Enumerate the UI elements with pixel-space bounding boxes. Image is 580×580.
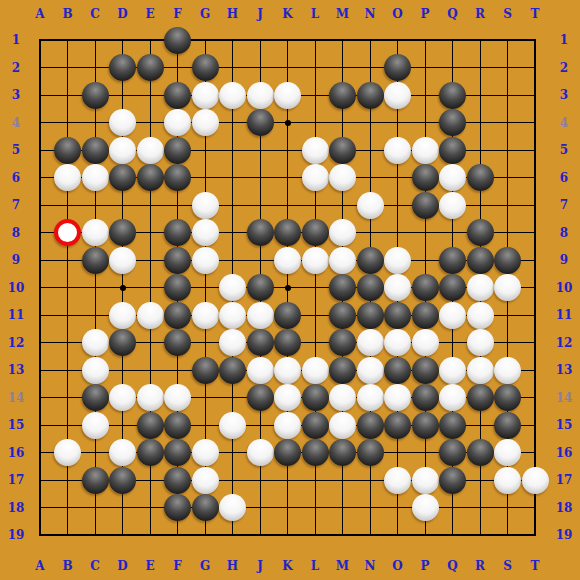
row-label-left-6: 6 bbox=[5, 170, 27, 186]
black-stone-S14[interactable] bbox=[494, 384, 521, 411]
black-stone-N16[interactable] bbox=[357, 439, 384, 466]
row-label-right-12: 12 bbox=[553, 335, 575, 351]
row-label-right-19: 19 bbox=[553, 527, 575, 543]
white-stone-O14[interactable] bbox=[384, 384, 411, 411]
row-label-left-12: 12 bbox=[5, 335, 27, 351]
white-stone-N12[interactable] bbox=[357, 329, 384, 356]
row-label-right-15: 15 bbox=[553, 417, 575, 433]
white-stone-K15[interactable] bbox=[274, 412, 301, 439]
black-stone-M13[interactable] bbox=[329, 357, 356, 384]
black-stone-R8[interactable] bbox=[467, 219, 494, 246]
row-label-left-9: 9 bbox=[5, 252, 27, 268]
black-stone-G13[interactable] bbox=[192, 357, 219, 384]
black-stone-Q4[interactable] bbox=[439, 109, 466, 136]
white-stone-C6[interactable] bbox=[82, 164, 109, 191]
white-stone-N14[interactable] bbox=[357, 384, 384, 411]
white-stone-G17[interactable] bbox=[192, 467, 219, 494]
col-label-bottom-G: G bbox=[194, 558, 216, 574]
col-label-bottom-J: J bbox=[249, 558, 271, 574]
col-label-bottom-R: R bbox=[469, 558, 491, 574]
black-stone-Q3[interactable] bbox=[439, 82, 466, 109]
white-stone-D5[interactable] bbox=[109, 137, 136, 164]
white-stone-P18[interactable] bbox=[412, 494, 439, 521]
col-label-top-E: E bbox=[139, 6, 161, 22]
white-stone-M8[interactable] bbox=[329, 219, 356, 246]
col-label-bottom-A: A bbox=[29, 558, 51, 574]
white-stone-M15[interactable] bbox=[329, 412, 356, 439]
row-label-left-3: 3 bbox=[5, 87, 27, 103]
black-stone-O2[interactable] bbox=[384, 54, 411, 81]
white-stone-S10[interactable] bbox=[494, 274, 521, 301]
white-stone-G9[interactable] bbox=[192, 247, 219, 274]
col-label-bottom-E: E bbox=[139, 558, 161, 574]
black-stone-M16[interactable] bbox=[329, 439, 356, 466]
white-stone-C12[interactable] bbox=[82, 329, 109, 356]
row-label-left-19: 19 bbox=[5, 527, 27, 543]
black-stone-F3[interactable] bbox=[164, 82, 191, 109]
col-label-bottom-H: H bbox=[222, 558, 244, 574]
col-label-bottom-N: N bbox=[359, 558, 381, 574]
col-label-top-M: M bbox=[332, 6, 354, 22]
white-stone-M6[interactable] bbox=[329, 164, 356, 191]
black-stone-Q17[interactable] bbox=[439, 467, 466, 494]
black-stone-D12[interactable] bbox=[109, 329, 136, 356]
black-stone-C5[interactable] bbox=[82, 137, 109, 164]
white-stone-F14[interactable] bbox=[164, 384, 191, 411]
white-stone-R13[interactable] bbox=[467, 357, 494, 384]
black-stone-N10[interactable] bbox=[357, 274, 384, 301]
col-label-top-T: T bbox=[524, 6, 546, 22]
white-stone-R12[interactable] bbox=[467, 329, 494, 356]
black-stone-L14[interactable] bbox=[302, 384, 329, 411]
white-stone-C8[interactable] bbox=[82, 219, 109, 246]
black-stone-M3[interactable] bbox=[329, 82, 356, 109]
col-label-top-Q: Q bbox=[442, 6, 464, 22]
black-stone-P13[interactable] bbox=[412, 357, 439, 384]
white-stone-H11[interactable] bbox=[219, 302, 246, 329]
col-label-bottom-D: D bbox=[112, 558, 134, 574]
black-stone-E2[interactable] bbox=[137, 54, 164, 81]
white-stone-S16[interactable] bbox=[494, 439, 521, 466]
col-label-top-A: A bbox=[29, 6, 51, 22]
row-label-right-7: 7 bbox=[553, 197, 575, 213]
black-stone-O15[interactable] bbox=[384, 412, 411, 439]
black-stone-R16[interactable] bbox=[467, 439, 494, 466]
col-label-bottom-K: K bbox=[277, 558, 299, 574]
black-stone-Q16[interactable] bbox=[439, 439, 466, 466]
black-stone-F17[interactable] bbox=[164, 467, 191, 494]
col-label-top-K: K bbox=[277, 6, 299, 22]
col-label-top-S: S bbox=[497, 6, 519, 22]
white-stone-O5[interactable] bbox=[384, 137, 411, 164]
white-stone-O17[interactable] bbox=[384, 467, 411, 494]
white-stone-D11[interactable] bbox=[109, 302, 136, 329]
white-stone-O10[interactable] bbox=[384, 274, 411, 301]
col-label-bottom-P: P bbox=[414, 558, 436, 574]
white-stone-S17[interactable] bbox=[494, 467, 521, 494]
white-stone-H18[interactable] bbox=[219, 494, 246, 521]
white-stone-D14[interactable] bbox=[109, 384, 136, 411]
white-stone-E5[interactable] bbox=[137, 137, 164, 164]
row-label-left-17: 17 bbox=[5, 472, 27, 488]
black-stone-S15[interactable] bbox=[494, 412, 521, 439]
black-stone-O13[interactable] bbox=[384, 357, 411, 384]
black-stone-P6[interactable] bbox=[412, 164, 439, 191]
black-stone-F11[interactable] bbox=[164, 302, 191, 329]
white-stone-Q11[interactable] bbox=[439, 302, 466, 329]
white-stone-R11[interactable] bbox=[467, 302, 494, 329]
row-label-right-18: 18 bbox=[553, 500, 575, 516]
row-label-right-6: 6 bbox=[553, 170, 575, 186]
black-stone-F9[interactable] bbox=[164, 247, 191, 274]
star-point-D10 bbox=[120, 285, 126, 291]
white-stone-H15[interactable] bbox=[219, 412, 246, 439]
row-label-left-15: 15 bbox=[5, 417, 27, 433]
row-label-left-5: 5 bbox=[5, 142, 27, 158]
black-stone-R6[interactable] bbox=[467, 164, 494, 191]
black-stone-N15[interactable] bbox=[357, 412, 384, 439]
col-label-bottom-O: O bbox=[387, 558, 409, 574]
col-label-top-P: P bbox=[414, 6, 436, 22]
black-stone-R14[interactable] bbox=[467, 384, 494, 411]
white-stone-J16[interactable] bbox=[247, 439, 274, 466]
black-stone-C3[interactable] bbox=[82, 82, 109, 109]
black-stone-C14[interactable] bbox=[82, 384, 109, 411]
black-stone-H13[interactable] bbox=[219, 357, 246, 384]
white-stone-T17[interactable] bbox=[522, 467, 549, 494]
row-label-right-9: 9 bbox=[553, 252, 575, 268]
white-stone-L9[interactable] bbox=[302, 247, 329, 274]
white-stone-D16[interactable] bbox=[109, 439, 136, 466]
col-label-bottom-M: M bbox=[332, 558, 354, 574]
row-label-left-4: 4 bbox=[5, 115, 27, 131]
white-stone-L6[interactable] bbox=[302, 164, 329, 191]
col-label-bottom-L: L bbox=[304, 558, 326, 574]
col-label-top-L: L bbox=[304, 6, 326, 22]
white-stone-J11[interactable] bbox=[247, 302, 274, 329]
white-stone-C13[interactable] bbox=[82, 357, 109, 384]
white-stone-Q14[interactable] bbox=[439, 384, 466, 411]
black-stone-F16[interactable] bbox=[164, 439, 191, 466]
star-point-K4 bbox=[285, 120, 291, 126]
black-stone-C17[interactable] bbox=[82, 467, 109, 494]
white-stone-H10[interactable] bbox=[219, 274, 246, 301]
black-stone-F5[interactable] bbox=[164, 137, 191, 164]
white-stone-D9[interactable] bbox=[109, 247, 136, 274]
row-label-right-8: 8 bbox=[553, 225, 575, 241]
col-label-top-D: D bbox=[112, 6, 134, 22]
grid-line-horizontal bbox=[39, 507, 536, 508]
white-stone-Q7[interactable] bbox=[439, 192, 466, 219]
row-label-right-10: 10 bbox=[553, 280, 575, 296]
white-stone-G7[interactable] bbox=[192, 192, 219, 219]
col-label-top-F: F bbox=[167, 6, 189, 22]
white-stone-B6[interactable] bbox=[54, 164, 81, 191]
row-label-right-14: 14 bbox=[553, 390, 575, 406]
col-label-bottom-Q: Q bbox=[442, 558, 464, 574]
black-stone-D17[interactable] bbox=[109, 467, 136, 494]
col-label-top-J: J bbox=[249, 6, 271, 22]
black-stone-E15[interactable] bbox=[137, 412, 164, 439]
white-stone-L5[interactable] bbox=[302, 137, 329, 164]
black-stone-F15[interactable] bbox=[164, 412, 191, 439]
black-stone-Q9[interactable] bbox=[439, 247, 466, 274]
black-stone-M11[interactable] bbox=[329, 302, 356, 329]
black-stone-F12[interactable] bbox=[164, 329, 191, 356]
white-stone-O12[interactable] bbox=[384, 329, 411, 356]
black-stone-J10[interactable] bbox=[247, 274, 274, 301]
black-stone-C9[interactable] bbox=[82, 247, 109, 274]
white-stone-N13[interactable] bbox=[357, 357, 384, 384]
black-stone-K11[interactable] bbox=[274, 302, 301, 329]
white-stone-K14[interactable] bbox=[274, 384, 301, 411]
black-stone-B5[interactable] bbox=[54, 137, 81, 164]
white-stone-P5[interactable] bbox=[412, 137, 439, 164]
row-label-left-13: 13 bbox=[5, 362, 27, 378]
col-label-top-B: B bbox=[57, 6, 79, 22]
black-stone-L16[interactable] bbox=[302, 439, 329, 466]
black-stone-G18[interactable] bbox=[192, 494, 219, 521]
black-stone-G2[interactable] bbox=[192, 54, 219, 81]
black-stone-J4[interactable] bbox=[247, 109, 274, 136]
row-label-right-11: 11 bbox=[553, 307, 575, 323]
row-label-left-16: 16 bbox=[5, 445, 27, 461]
white-stone-G4[interactable] bbox=[192, 109, 219, 136]
white-stone-E14[interactable] bbox=[137, 384, 164, 411]
black-stone-K12[interactable] bbox=[274, 329, 301, 356]
white-stone-K13[interactable] bbox=[274, 357, 301, 384]
black-stone-L15[interactable] bbox=[302, 412, 329, 439]
grid-line-horizontal bbox=[39, 534, 536, 536]
row-label-left-10: 10 bbox=[5, 280, 27, 296]
white-stone-P12[interactable] bbox=[412, 329, 439, 356]
white-stone-H3[interactable] bbox=[219, 82, 246, 109]
black-stone-N11[interactable] bbox=[357, 302, 384, 329]
row-label-right-2: 2 bbox=[553, 60, 575, 76]
white-stone-G11[interactable] bbox=[192, 302, 219, 329]
black-stone-N3[interactable] bbox=[357, 82, 384, 109]
black-stone-M5[interactable] bbox=[329, 137, 356, 164]
black-stone-P7[interactable] bbox=[412, 192, 439, 219]
black-stone-F8[interactable] bbox=[164, 219, 191, 246]
white-stone-P17[interactable] bbox=[412, 467, 439, 494]
white-stone-M9[interactable] bbox=[329, 247, 356, 274]
col-label-bottom-S: S bbox=[497, 558, 519, 574]
black-stone-L8[interactable] bbox=[302, 219, 329, 246]
row-label-right-17: 17 bbox=[553, 472, 575, 488]
black-stone-S9[interactable] bbox=[494, 247, 521, 274]
row-label-right-3: 3 bbox=[553, 87, 575, 103]
row-label-right-5: 5 bbox=[553, 142, 575, 158]
white-stone-K9[interactable] bbox=[274, 247, 301, 274]
black-stone-J12[interactable] bbox=[247, 329, 274, 356]
black-stone-D6[interactable] bbox=[109, 164, 136, 191]
row-label-right-1: 1 bbox=[553, 32, 575, 48]
black-stone-F6[interactable] bbox=[164, 164, 191, 191]
star-point-K10 bbox=[285, 285, 291, 291]
black-stone-E16[interactable] bbox=[137, 439, 164, 466]
col-label-top-G: G bbox=[194, 6, 216, 22]
white-stone-C15[interactable] bbox=[82, 412, 109, 439]
row-label-left-7: 7 bbox=[5, 197, 27, 213]
white-stone-B16[interactable] bbox=[54, 439, 81, 466]
black-stone-N9[interactable] bbox=[357, 247, 384, 274]
white-stone-B8-last-move-marker[interactable] bbox=[54, 219, 81, 246]
white-stone-G8[interactable] bbox=[192, 219, 219, 246]
black-stone-P10[interactable] bbox=[412, 274, 439, 301]
black-stone-F1[interactable] bbox=[164, 27, 191, 54]
black-stone-P11[interactable] bbox=[412, 302, 439, 329]
row-label-left-18: 18 bbox=[5, 500, 27, 516]
white-stone-J3[interactable] bbox=[247, 82, 274, 109]
row-label-left-8: 8 bbox=[5, 225, 27, 241]
row-label-right-16: 16 bbox=[553, 445, 575, 461]
col-label-bottom-T: T bbox=[524, 558, 546, 574]
white-stone-G16[interactable] bbox=[192, 439, 219, 466]
black-stone-K16[interactable] bbox=[274, 439, 301, 466]
white-stone-N7[interactable] bbox=[357, 192, 384, 219]
white-stone-L13[interactable] bbox=[302, 357, 329, 384]
white-stone-G3[interactable] bbox=[192, 82, 219, 109]
col-label-top-O: O bbox=[387, 6, 409, 22]
white-stone-M14[interactable] bbox=[329, 384, 356, 411]
black-stone-O11[interactable] bbox=[384, 302, 411, 329]
white-stone-S13[interactable] bbox=[494, 357, 521, 384]
row-label-right-4: 4 bbox=[553, 115, 575, 131]
white-stone-H12[interactable] bbox=[219, 329, 246, 356]
col-label-top-R: R bbox=[469, 6, 491, 22]
col-label-top-N: N bbox=[359, 6, 381, 22]
white-stone-J13[interactable] bbox=[247, 357, 274, 384]
black-stone-M10[interactable] bbox=[329, 274, 356, 301]
black-stone-P14[interactable] bbox=[412, 384, 439, 411]
black-stone-P15[interactable] bbox=[412, 412, 439, 439]
white-stone-Q13[interactable] bbox=[439, 357, 466, 384]
white-stone-O3[interactable] bbox=[384, 82, 411, 109]
black-stone-J8[interactable] bbox=[247, 219, 274, 246]
black-stone-E6[interactable] bbox=[137, 164, 164, 191]
row-label-left-1: 1 bbox=[5, 32, 27, 48]
black-stone-F18[interactable] bbox=[164, 494, 191, 521]
black-stone-J14[interactable] bbox=[247, 384, 274, 411]
white-stone-E11[interactable] bbox=[137, 302, 164, 329]
row-label-left-14: 14 bbox=[5, 390, 27, 406]
row-label-left-11: 11 bbox=[5, 307, 27, 323]
white-stone-F4[interactable] bbox=[164, 109, 191, 136]
white-stone-Q6[interactable] bbox=[439, 164, 466, 191]
black-stone-D8[interactable] bbox=[109, 219, 136, 246]
col-label-top-C: C bbox=[84, 6, 106, 22]
black-stone-M12[interactable] bbox=[329, 329, 356, 356]
black-stone-Q15[interactable] bbox=[439, 412, 466, 439]
black-stone-F10[interactable] bbox=[164, 274, 191, 301]
white-stone-R10[interactable] bbox=[467, 274, 494, 301]
white-stone-O9[interactable] bbox=[384, 247, 411, 274]
grid-line-vertical bbox=[534, 39, 536, 536]
col-label-bottom-C: C bbox=[84, 558, 106, 574]
black-stone-Q10[interactable] bbox=[439, 274, 466, 301]
black-stone-Q5[interactable] bbox=[439, 137, 466, 164]
row-label-right-13: 13 bbox=[553, 362, 575, 378]
col-label-bottom-B: B bbox=[57, 558, 79, 574]
row-label-left-2: 2 bbox=[5, 60, 27, 76]
col-label-bottom-F: F bbox=[167, 558, 189, 574]
black-stone-K8[interactable] bbox=[274, 219, 301, 246]
go-board: AABBCCDDEEFFGGHHJJKKLLMMNNOOPPQQRRSSTT11… bbox=[0, 0, 580, 580]
black-stone-R9[interactable] bbox=[467, 247, 494, 274]
white-stone-D4[interactable] bbox=[109, 109, 136, 136]
black-stone-D2[interactable] bbox=[109, 54, 136, 81]
white-stone-K3[interactable] bbox=[274, 82, 301, 109]
col-label-top-H: H bbox=[222, 6, 244, 22]
